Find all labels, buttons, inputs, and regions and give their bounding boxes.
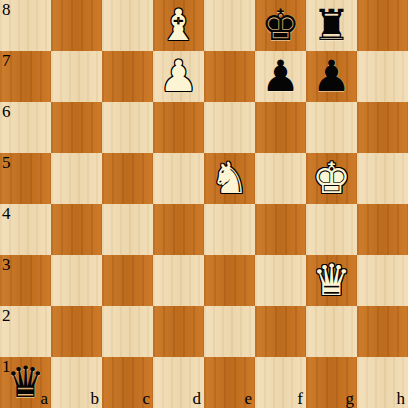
square-d8[interactable]: ♝ [153,0,204,51]
square-b7[interactable] [51,51,102,102]
square-g8[interactable]: ♜ [306,0,357,51]
square-c7[interactable] [102,51,153,102]
file-label-g: g [346,390,355,407]
square-h6[interactable] [357,102,408,153]
square-e8[interactable] [204,0,255,51]
square-b3[interactable] [51,255,102,306]
square-g3[interactable]: ♛ [306,255,357,306]
square-f6[interactable] [255,102,306,153]
square-f2[interactable] [255,306,306,357]
square-f1[interactable]: f [255,357,306,408]
square-d7[interactable]: ♟ [153,51,204,102]
white-bishop-d8[interactable]: ♝ [153,0,204,51]
black-rook-g8[interactable]: ♜ [306,0,357,51]
square-e4[interactable] [204,204,255,255]
square-b8[interactable] [51,0,102,51]
rank-label-7: 7 [2,52,11,69]
square-c6[interactable] [102,102,153,153]
square-d4[interactable] [153,204,204,255]
square-c3[interactable] [102,255,153,306]
square-g4[interactable] [306,204,357,255]
square-f4[interactable] [255,204,306,255]
file-label-d: d [193,390,202,407]
square-d6[interactable] [153,102,204,153]
square-e7[interactable] [204,51,255,102]
square-e2[interactable] [204,306,255,357]
rank-label-2: 2 [2,307,11,324]
square-d3[interactable] [153,255,204,306]
square-f8[interactable]: ♚ [255,0,306,51]
file-label-e: e [244,390,252,407]
rank-label-8: 8 [2,1,11,18]
white-pawn-d7[interactable]: ♟ [153,51,204,102]
square-f5[interactable] [255,153,306,204]
square-c2[interactable] [102,306,153,357]
square-b4[interactable] [51,204,102,255]
square-c8[interactable] [102,0,153,51]
square-h2[interactable] [357,306,408,357]
square-a3[interactable]: 3 [0,255,51,306]
square-d1[interactable]: d [153,357,204,408]
square-g7[interactable]: ♟ [306,51,357,102]
black-king-f8[interactable]: ♚ [255,0,306,51]
square-f3[interactable] [255,255,306,306]
square-h3[interactable] [357,255,408,306]
chess-board-container: 8♝♚♜7♟♟♟65♞♚43♛21a♛bcdefgh [0,0,408,408]
chess-board: 8♝♚♜7♟♟♟65♞♚43♛21a♛bcdefgh [0,0,408,408]
square-c4[interactable] [102,204,153,255]
square-e1[interactable]: e [204,357,255,408]
square-b2[interactable] [51,306,102,357]
square-h8[interactable] [357,0,408,51]
square-e3[interactable] [204,255,255,306]
square-b1[interactable]: b [51,357,102,408]
square-a4[interactable]: 4 [0,204,51,255]
black-pawn-f7[interactable]: ♟ [255,51,306,102]
square-e5[interactable]: ♞ [204,153,255,204]
square-h4[interactable] [357,204,408,255]
square-h7[interactable] [357,51,408,102]
rank-label-4: 4 [2,205,11,222]
file-label-f: f [297,390,303,407]
file-label-b: b [91,390,100,407]
black-pawn-g7[interactable]: ♟ [306,51,357,102]
file-label-c: c [142,390,150,407]
square-b6[interactable] [51,102,102,153]
square-h5[interactable] [357,153,408,204]
square-a5[interactable]: 5 [0,153,51,204]
black-queen-a1[interactable]: ♛ [0,357,51,408]
rank-label-6: 6 [2,103,11,120]
white-knight-e5[interactable]: ♞ [204,153,255,204]
square-g2[interactable] [306,306,357,357]
square-a6[interactable]: 6 [0,102,51,153]
square-c1[interactable]: c [102,357,153,408]
square-g6[interactable] [306,102,357,153]
square-d2[interactable] [153,306,204,357]
rank-label-5: 5 [2,154,11,171]
white-queen-g3[interactable]: ♛ [306,255,357,306]
square-g5[interactable]: ♚ [306,153,357,204]
file-label-h: h [397,390,406,407]
square-c5[interactable] [102,153,153,204]
white-king-g5[interactable]: ♚ [306,153,357,204]
rank-label-3: 3 [2,256,11,273]
square-a7[interactable]: 7 [0,51,51,102]
square-h1[interactable]: h [357,357,408,408]
square-f7[interactable]: ♟ [255,51,306,102]
square-a2[interactable]: 2 [0,306,51,357]
square-g1[interactable]: g [306,357,357,408]
square-a1[interactable]: 1a♛ [0,357,51,408]
square-d5[interactable] [153,153,204,204]
square-e6[interactable] [204,102,255,153]
square-b5[interactable] [51,153,102,204]
square-a8[interactable]: 8 [0,0,51,51]
